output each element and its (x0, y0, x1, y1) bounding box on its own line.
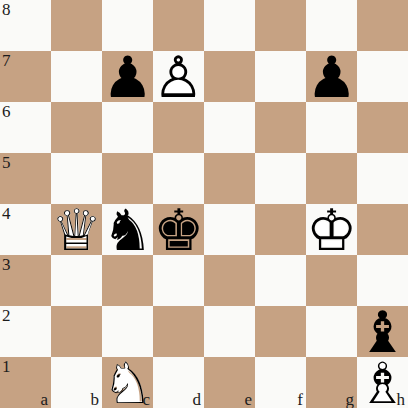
white-queen-outline: ♕ (51, 205, 102, 255)
square-a8[interactable]: 8 (0, 0, 51, 51)
square-h7[interactable] (357, 51, 408, 102)
square-a5[interactable]: 5 (0, 153, 51, 204)
square-f5[interactable] (255, 153, 306, 204)
square-e4[interactable] (204, 204, 255, 255)
black-pawn-glyph: ♟ (102, 52, 153, 102)
rank-label-1: 1 (2, 357, 11, 376)
square-d2[interactable] (153, 306, 204, 357)
black-knight[interactable]: ♞ (102, 204, 153, 255)
rank-label-5: 5 (2, 153, 11, 172)
white-king[interactable]: ♚♔ (306, 204, 357, 255)
square-f8[interactable] (255, 0, 306, 51)
square-c7[interactable]: ♟ (102, 51, 153, 102)
square-b4[interactable]: ♛♕ (51, 204, 102, 255)
square-a6[interactable]: 6 (0, 102, 51, 153)
black-knight-glyph: ♞ (102, 205, 153, 255)
square-c1[interactable]: c♞♘ (102, 357, 153, 408)
square-g7[interactable]: ♟ (306, 51, 357, 102)
square-b7[interactable] (51, 51, 102, 102)
square-a7[interactable]: 7 (0, 51, 51, 102)
square-e8[interactable] (204, 0, 255, 51)
file-label-g: g (346, 390, 355, 408)
white-pawn[interactable]: ♟♙ (153, 51, 204, 102)
black-pawn[interactable]: ♟ (102, 51, 153, 102)
rank-label-4: 4 (2, 204, 11, 223)
square-f2[interactable] (255, 306, 306, 357)
file-label-d: d (193, 390, 202, 408)
square-a2[interactable]: 2 (0, 306, 51, 357)
rank-label-6: 6 (2, 102, 11, 121)
square-h8[interactable] (357, 0, 408, 51)
square-b2[interactable] (51, 306, 102, 357)
square-f1[interactable]: f (255, 357, 306, 408)
rank-label-2: 2 (2, 306, 11, 325)
square-b8[interactable] (51, 0, 102, 51)
rank-label-7: 7 (2, 51, 11, 70)
rank-label-3: 3 (2, 255, 11, 274)
file-label-b: b (91, 390, 100, 408)
square-h1[interactable]: h♝♗ (357, 357, 408, 408)
square-a3[interactable]: 3 (0, 255, 51, 306)
square-h5[interactable] (357, 153, 408, 204)
square-b6[interactable] (51, 102, 102, 153)
file-label-e: e (244, 390, 252, 408)
file-label-a: a (40, 390, 48, 408)
square-d1[interactable]: d (153, 357, 204, 408)
square-e2[interactable] (204, 306, 255, 357)
square-f4[interactable] (255, 204, 306, 255)
square-h6[interactable] (357, 102, 408, 153)
rank-label-8: 8 (2, 0, 11, 19)
chess-board: 87♟♟♙♟654♛♕♞♚♚♔32♝1abc♞♘defgh♝♗ (0, 0, 408, 408)
square-e1[interactable]: e (204, 357, 255, 408)
square-g1[interactable]: g (306, 357, 357, 408)
black-king[interactable]: ♚ (153, 204, 204, 255)
square-g4[interactable]: ♚♔ (306, 204, 357, 255)
square-a1[interactable]: 1a (0, 357, 51, 408)
square-f3[interactable] (255, 255, 306, 306)
white-queen[interactable]: ♛♕ (51, 204, 102, 255)
square-c4[interactable]: ♞ (102, 204, 153, 255)
black-king-glyph: ♚ (153, 205, 204, 255)
square-a4[interactable]: 4 (0, 204, 51, 255)
square-e7[interactable] (204, 51, 255, 102)
file-label-h: h (397, 390, 406, 408)
square-b1[interactable]: b (51, 357, 102, 408)
square-e3[interactable] (204, 255, 255, 306)
square-d7[interactable]: ♟♙ (153, 51, 204, 102)
square-e5[interactable] (204, 153, 255, 204)
black-pawn-glyph: ♟ (306, 52, 357, 102)
file-label-c: c (142, 390, 150, 408)
square-f7[interactable] (255, 51, 306, 102)
square-g2[interactable] (306, 306, 357, 357)
square-h4[interactable] (357, 204, 408, 255)
black-pawn[interactable]: ♟ (306, 51, 357, 102)
square-d4[interactable]: ♚ (153, 204, 204, 255)
square-e6[interactable] (204, 102, 255, 153)
square-f6[interactable] (255, 102, 306, 153)
file-label-f: f (297, 390, 303, 408)
white-pawn-outline: ♙ (153, 52, 204, 102)
white-king-outline: ♔ (306, 205, 357, 255)
